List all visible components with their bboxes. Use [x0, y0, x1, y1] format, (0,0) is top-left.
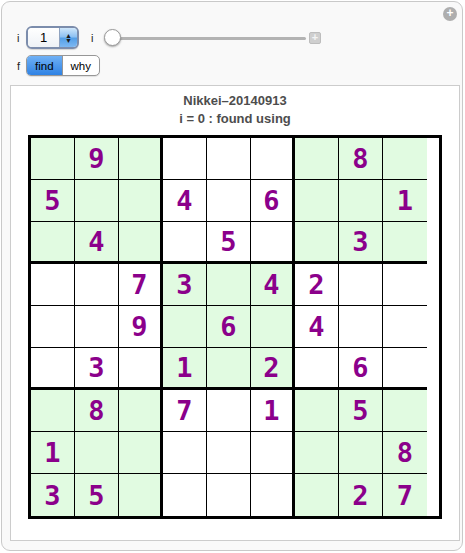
cell-r2c4: 4 [163, 180, 207, 222]
cell-r2c9: 1 [383, 180, 427, 222]
cell-r3c1 [31, 222, 75, 264]
cell-r6c3 [119, 348, 163, 390]
cell-r9c6 [251, 474, 295, 516]
cell-r4c9 [383, 264, 427, 306]
cell-r7c2: 8 [75, 390, 119, 432]
cell-r5c2 [75, 306, 119, 348]
cell-r6c2: 3 [75, 348, 119, 390]
cell-r4c5 [207, 264, 251, 306]
cell-r6c9 [383, 348, 427, 390]
cell-r1c7 [295, 138, 339, 180]
cell-r2c1: 5 [31, 180, 75, 222]
cell-r7c3 [119, 390, 163, 432]
cell-r7c1 [31, 390, 75, 432]
output-panel: Nikkei–20140913 i = 0 : found using 9854… [10, 85, 460, 541]
cell-r3c8: 3 [339, 222, 383, 264]
cell-r5c1 [31, 306, 75, 348]
i-slider-label: i [91, 32, 93, 44]
cell-r8c8 [339, 432, 383, 474]
cell-r9c7 [295, 474, 339, 516]
cell-r7c8: 5 [339, 390, 383, 432]
plus-square-icon: + [312, 31, 318, 43]
cell-r4c8 [339, 264, 383, 306]
manipulate-frame: + i 1 ▲ ▼ i + f find why Nikkei–20140913… [1, 1, 463, 551]
cell-r8c2 [75, 432, 119, 474]
cell-r6c7 [295, 348, 339, 390]
cell-r7c6: 1 [251, 390, 295, 432]
cell-r2c2 [75, 180, 119, 222]
cell-r1c9 [383, 138, 427, 180]
cell-r9c9: 7 [383, 474, 427, 516]
cell-r6c8: 6 [339, 348, 383, 390]
cell-r3c9 [383, 222, 427, 264]
f-setter-label: f [17, 60, 20, 72]
cell-r3c3 [119, 222, 163, 264]
cell-r2c5 [207, 180, 251, 222]
cell-r9c1: 3 [31, 474, 75, 516]
cell-r1c8: 8 [339, 138, 383, 180]
slider-expand-button[interactable]: + [309, 32, 321, 44]
cell-r9c4 [163, 474, 207, 516]
cell-r2c7 [295, 180, 339, 222]
cell-r8c5 [207, 432, 251, 474]
sudoku-board: 985461453734296431268715183527 [28, 135, 442, 519]
i-slider-track[interactable] [106, 37, 306, 40]
cell-r6c1 [31, 348, 75, 390]
cell-r3c7 [295, 222, 339, 264]
plus-circle-icon: + [446, 6, 453, 20]
cell-r8c3 [119, 432, 163, 474]
cell-r4c6: 4 [251, 264, 295, 306]
manipulate-options-button[interactable]: + [443, 7, 457, 21]
cell-r5c7: 4 [295, 306, 339, 348]
cell-r4c4: 3 [163, 264, 207, 306]
cell-r5c8 [339, 306, 383, 348]
cell-r1c1 [31, 138, 75, 180]
cell-r4c7: 2 [295, 264, 339, 306]
cell-r1c2: 9 [75, 138, 119, 180]
cell-r1c6 [251, 138, 295, 180]
cell-r8c4 [163, 432, 207, 474]
i-popup-value: 1 [28, 28, 59, 47]
cell-r2c8 [339, 180, 383, 222]
cell-r7c4: 7 [163, 390, 207, 432]
cell-r3c4 [163, 222, 207, 264]
puzzle-subtitle: i = 0 : found using [11, 111, 459, 126]
cell-r4c1 [31, 264, 75, 306]
cell-r6c5 [207, 348, 251, 390]
cell-r6c4: 1 [163, 348, 207, 390]
i-value-popup[interactable]: 1 ▲ ▼ [26, 26, 79, 49]
cell-r5c5: 6 [207, 306, 251, 348]
cell-r3c2: 4 [75, 222, 119, 264]
cell-r4c2 [75, 264, 119, 306]
stepper-down-icon[interactable]: ▼ [65, 38, 72, 43]
cell-r7c5 [207, 390, 251, 432]
cell-r9c3 [119, 474, 163, 516]
cell-r8c9: 8 [383, 432, 427, 474]
cell-r5c6 [251, 306, 295, 348]
cell-r3c6 [251, 222, 295, 264]
setter-option-why[interactable]: why [62, 56, 99, 75]
cell-r5c3: 9 [119, 306, 163, 348]
cell-r2c6: 6 [251, 180, 295, 222]
cell-r2c3 [119, 180, 163, 222]
setter-option-find[interactable]: find [27, 56, 62, 75]
cell-r1c4 [163, 138, 207, 180]
cell-r9c2: 5 [75, 474, 119, 516]
i-popup-stepper[interactable]: ▲ ▼ [59, 28, 77, 47]
cell-r8c6 [251, 432, 295, 474]
cell-r5c4 [163, 306, 207, 348]
i-slider-thumb[interactable] [104, 29, 121, 46]
cell-r8c7 [295, 432, 339, 474]
cell-r3c5: 5 [207, 222, 251, 264]
cell-r8c1: 1 [31, 432, 75, 474]
cell-r7c7 [295, 390, 339, 432]
cell-r1c5 [207, 138, 251, 180]
cell-r5c9 [383, 306, 427, 348]
cell-r4c3: 7 [119, 264, 163, 306]
cell-r9c8: 2 [339, 474, 383, 516]
cell-r9c5 [207, 474, 251, 516]
f-setter-bar: find why [26, 55, 100, 76]
cell-r1c3 [119, 138, 163, 180]
puzzle-title: Nikkei–20140913 [11, 93, 459, 108]
i-popup-label: i [17, 32, 19, 44]
cell-r7c9 [383, 390, 427, 432]
cell-r6c6: 2 [251, 348, 295, 390]
